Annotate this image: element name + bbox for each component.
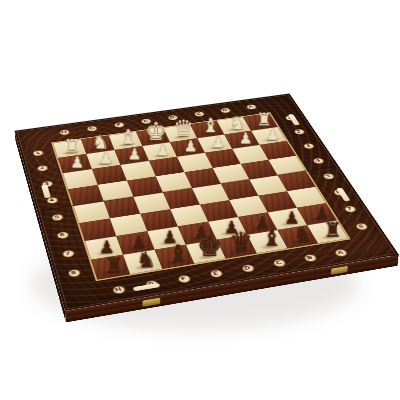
square-g4[interactable] bbox=[98, 181, 134, 202]
file-bottom-label-e: E bbox=[208, 269, 223, 278]
rank-left-label-6: 6 bbox=[56, 231, 70, 239]
chess-set-photo: HGFEDCBA HGFEDCBA 12345678 12345678 ♜♞♝♚… bbox=[0, 0, 400, 400]
brass-hinge bbox=[331, 266, 348, 275]
piece-white-pawn[interactable]: ♟ bbox=[259, 127, 287, 142]
rank-left-label-5: 5 bbox=[50, 213, 63, 221]
rank-left-label-1: 1 bbox=[32, 150, 44, 157]
file-bottom-label-d: D bbox=[240, 264, 255, 273]
rank-left-label-2: 2 bbox=[36, 165, 48, 172]
square-d4[interactable] bbox=[184, 168, 220, 188]
rank-left-label-7: 7 bbox=[61, 249, 75, 258]
rank-right-label-8: 8 bbox=[354, 222, 369, 230]
file-bottom-label-h: H bbox=[111, 285, 126, 295]
square-e5[interactable] bbox=[163, 188, 200, 209]
piece-white-pawn[interactable]: ♟ bbox=[232, 131, 260, 146]
file-bottom-label-c: C bbox=[271, 258, 286, 267]
piece-black-knight[interactable]: ♞ bbox=[286, 224, 318, 245]
piece-white-king[interactable]: ♚ bbox=[142, 119, 170, 144]
file-bottom-label-b: B bbox=[302, 253, 317, 262]
rank-left-label-4: 4 bbox=[45, 196, 58, 204]
piece-black-king[interactable]: ♚ bbox=[193, 232, 226, 260]
square-h4[interactable] bbox=[68, 185, 103, 206]
brass-hinge bbox=[142, 298, 160, 307]
rank-right-label-7: 7 bbox=[342, 205, 357, 213]
piece-white-pawn[interactable]: ♟ bbox=[204, 135, 233, 150]
file-bottom-label-f: F bbox=[176, 274, 191, 283]
piece-white-pawn[interactable]: ♟ bbox=[120, 147, 149, 162]
piece-black-bishop[interactable]: ♝ bbox=[256, 228, 288, 251]
rank-right-label-5: 5 bbox=[321, 173, 335, 180]
file-bottom-label-a: A bbox=[333, 248, 348, 257]
piece-white-pawn[interactable]: ♟ bbox=[148, 143, 177, 158]
piece-black-rook[interactable]: ♜ bbox=[317, 220, 349, 240]
rank-right-label-3: 3 bbox=[302, 143, 315, 150]
piece-black-rook[interactable]: ♜ bbox=[97, 255, 130, 276]
square-h8[interactable]: ♜ bbox=[91, 255, 130, 280]
rank-right-label-4: 4 bbox=[311, 157, 325, 164]
piece-black-queen[interactable]: ♛ bbox=[225, 229, 257, 255]
square-h2[interactable]: ♟ bbox=[58, 154, 92, 173]
piece-white-pawn[interactable]: ♟ bbox=[176, 139, 205, 154]
rank-left-label-8: 8 bbox=[67, 268, 81, 277]
piece-black-bishop[interactable]: ♝ bbox=[162, 243, 195, 266]
piece-white-pawn[interactable]: ♟ bbox=[63, 155, 92, 171]
rank-right-label-2: 2 bbox=[292, 128, 305, 135]
piece-white-pawn[interactable]: ♟ bbox=[92, 151, 121, 167]
piece-black-knight[interactable]: ♞ bbox=[130, 249, 163, 271]
